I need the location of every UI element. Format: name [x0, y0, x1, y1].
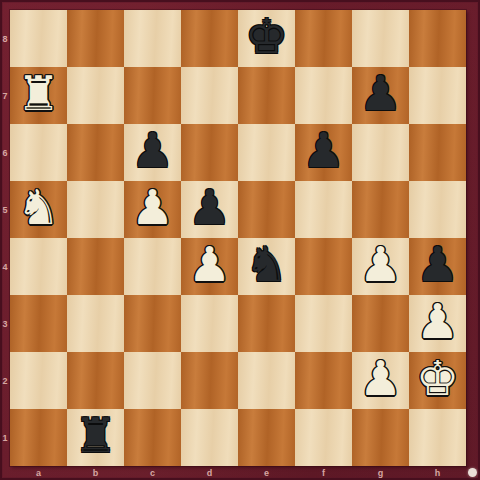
square-h5[interactable]	[409, 181, 466, 238]
square-f7[interactable]	[295, 67, 352, 124]
piece-white-king[interactable]: ♚	[416, 350, 459, 407]
square-c6[interactable]: ♟	[124, 124, 181, 181]
square-b5[interactable]	[67, 181, 124, 238]
rank-label-2: 2	[0, 352, 10, 409]
rank-label-4: 4	[0, 238, 10, 295]
square-a7[interactable]: ♜	[10, 67, 67, 124]
square-c7[interactable]	[124, 67, 181, 124]
square-a8[interactable]	[10, 10, 67, 67]
square-a2[interactable]	[10, 352, 67, 409]
rank-label-6: 6	[0, 124, 10, 181]
square-h8[interactable]	[409, 10, 466, 67]
square-b6[interactable]	[67, 124, 124, 181]
piece-white-rook[interactable]: ♜	[17, 65, 60, 122]
square-b3[interactable]	[67, 295, 124, 352]
square-g7[interactable]: ♟	[352, 67, 409, 124]
square-d6[interactable]	[181, 124, 238, 181]
square-c4[interactable]	[124, 238, 181, 295]
piece-white-pawn[interactable]: ♟	[416, 293, 459, 350]
square-c3[interactable]	[124, 295, 181, 352]
piece-white-knight[interactable]: ♞	[17, 179, 60, 236]
square-g5[interactable]	[352, 181, 409, 238]
square-d3[interactable]	[181, 295, 238, 352]
square-b7[interactable]	[67, 67, 124, 124]
file-label-b: b	[67, 466, 124, 480]
square-a4[interactable]	[10, 238, 67, 295]
square-h6[interactable]	[409, 124, 466, 181]
piece-black-pawn[interactable]: ♟	[359, 65, 402, 122]
square-b8[interactable]	[67, 10, 124, 67]
file-labels: abcdefgh	[10, 466, 466, 480]
square-h4[interactable]: ♟	[409, 238, 466, 295]
square-a3[interactable]	[10, 295, 67, 352]
board-frame: 87654321 ♚♜♟♟♟♞♟♟♟♞♟♟♟♟♚♜ abcdefgh	[0, 0, 480, 480]
square-e2[interactable]	[238, 352, 295, 409]
square-e6[interactable]	[238, 124, 295, 181]
square-e8[interactable]: ♚	[238, 10, 295, 67]
square-f4[interactable]	[295, 238, 352, 295]
square-e3[interactable]	[238, 295, 295, 352]
file-label-f: f	[295, 466, 352, 480]
square-h3[interactable]: ♟	[409, 295, 466, 352]
square-d2[interactable]	[181, 352, 238, 409]
square-a1[interactable]	[10, 409, 67, 466]
file-label-a: a	[10, 466, 67, 480]
square-d4[interactable]: ♟	[181, 238, 238, 295]
file-label-c: c	[124, 466, 181, 480]
square-d1[interactable]	[181, 409, 238, 466]
square-d5[interactable]: ♟	[181, 181, 238, 238]
rank-labels: 87654321	[0, 10, 10, 466]
square-h1[interactable]	[409, 409, 466, 466]
square-f5[interactable]	[295, 181, 352, 238]
square-f2[interactable]	[295, 352, 352, 409]
square-e5[interactable]	[238, 181, 295, 238]
piece-white-pawn[interactable]: ♟	[359, 236, 402, 293]
square-c2[interactable]	[124, 352, 181, 409]
square-g3[interactable]	[352, 295, 409, 352]
square-h2[interactable]: ♚	[409, 352, 466, 409]
piece-black-king[interactable]: ♚	[245, 8, 288, 65]
square-g8[interactable]	[352, 10, 409, 67]
file-label-e: e	[238, 466, 295, 480]
piece-black-pawn[interactable]: ♟	[416, 236, 459, 293]
rank-label-8: 8	[0, 10, 10, 67]
square-f8[interactable]	[295, 10, 352, 67]
rank-label-3: 3	[0, 295, 10, 352]
square-b1[interactable]: ♜	[67, 409, 124, 466]
square-b2[interactable]	[67, 352, 124, 409]
piece-black-pawn[interactable]: ♟	[188, 179, 231, 236]
piece-white-pawn[interactable]: ♟	[359, 350, 402, 407]
piece-black-rook[interactable]: ♜	[74, 407, 117, 464]
square-d7[interactable]	[181, 67, 238, 124]
piece-black-pawn[interactable]: ♟	[302, 122, 345, 179]
chess-board[interactable]: ♚♜♟♟♟♞♟♟♟♞♟♟♟♟♚♜	[10, 10, 466, 466]
piece-black-knight[interactable]: ♞	[245, 236, 288, 293]
square-f6[interactable]: ♟	[295, 124, 352, 181]
rank-label-7: 7	[0, 67, 10, 124]
turn-indicator-dot	[468, 468, 477, 477]
square-f1[interactable]	[295, 409, 352, 466]
square-g4[interactable]: ♟	[352, 238, 409, 295]
square-c8[interactable]	[124, 10, 181, 67]
square-g1[interactable]	[352, 409, 409, 466]
square-c5[interactable]: ♟	[124, 181, 181, 238]
piece-black-pawn[interactable]: ♟	[131, 122, 174, 179]
square-h7[interactable]	[409, 67, 466, 124]
square-a6[interactable]	[10, 124, 67, 181]
square-g2[interactable]: ♟	[352, 352, 409, 409]
file-label-g: g	[352, 466, 409, 480]
square-g6[interactable]	[352, 124, 409, 181]
file-label-d: d	[181, 466, 238, 480]
square-e4[interactable]: ♞	[238, 238, 295, 295]
square-b4[interactable]	[67, 238, 124, 295]
rank-label-1: 1	[0, 409, 10, 466]
piece-white-pawn[interactable]: ♟	[131, 179, 174, 236]
piece-white-pawn[interactable]: ♟	[188, 236, 231, 293]
square-c1[interactable]	[124, 409, 181, 466]
square-e1[interactable]	[238, 409, 295, 466]
square-e7[interactable]	[238, 67, 295, 124]
square-f3[interactable]	[295, 295, 352, 352]
square-a5[interactable]: ♞	[10, 181, 67, 238]
square-d8[interactable]	[181, 10, 238, 67]
rank-label-5: 5	[0, 181, 10, 238]
file-label-h: h	[409, 466, 466, 480]
